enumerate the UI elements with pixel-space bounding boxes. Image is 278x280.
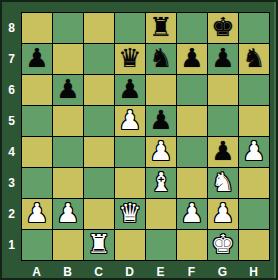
square-e8[interactable]: ♜ [146,13,176,43]
piece-black-pawn-f7: ♟ [180,44,203,73]
square-b3[interactable] [53,168,83,198]
square-e3[interactable]: ♝ [146,168,176,198]
square-a1[interactable] [22,230,52,260]
piece-black-queen-d7: ♛ [118,44,141,73]
piece-black-pawn-e5: ♟ [149,106,172,135]
square-f8[interactable] [177,13,207,43]
square-c5[interactable] [84,106,114,136]
rank-label-3: 3 [2,167,21,198]
piece-black-rook-e8: ♜ [149,13,172,42]
square-a6[interactable] [22,75,52,105]
square-e4[interactable]: ♟ [146,137,176,167]
square-d1[interactable] [115,230,145,260]
square-f2[interactable]: ♟ [177,199,207,229]
square-a2[interactable]: ♟ [22,199,52,229]
square-d3[interactable] [115,168,145,198]
file-label-f: F [176,263,207,280]
square-g3[interactable]: ♞ [208,168,238,198]
square-h5[interactable] [239,106,269,136]
piece-white-pawn-d5: ♟ [118,106,141,135]
piece-white-rook-c1: ♜ [87,230,110,259]
square-f5[interactable] [177,106,207,136]
square-b4[interactable] [53,137,83,167]
square-e2[interactable] [146,199,176,229]
square-d8[interactable] [115,13,145,43]
frame-bevel-highlight [274,2,276,278]
square-f7[interactable]: ♟ [177,44,207,74]
square-a5[interactable] [22,106,52,136]
piece-black-knight-h7: ♞ [242,44,265,73]
square-e5[interactable]: ♟ [146,106,176,136]
square-h2[interactable] [239,199,269,229]
square-f3[interactable] [177,168,207,198]
square-a8[interactable] [22,13,52,43]
square-h6[interactable] [239,75,269,105]
square-b1[interactable] [53,230,83,260]
square-d4[interactable] [115,137,145,167]
file-label-a: A [21,263,52,280]
square-c1[interactable]: ♜ [84,230,114,260]
square-b5[interactable] [53,106,83,136]
square-h8[interactable] [239,13,269,43]
rank-label-5: 5 [2,105,21,136]
file-labels: ABCDEFGH [21,263,270,280]
square-b6[interactable]: ♟ [53,75,83,105]
square-d6[interactable]: ♟ [115,75,145,105]
square-d7[interactable]: ♛ [115,44,145,74]
piece-white-pawn-a2: ♟ [25,199,48,228]
rank-label-4: 4 [2,136,21,167]
file-label-d: D [114,263,145,280]
square-a3[interactable] [22,168,52,198]
square-c2[interactable] [84,199,114,229]
piece-black-knight-e7: ♞ [149,44,172,73]
piece-black-king-g8: ♚ [211,13,234,42]
piece-white-knight-g3: ♞ [211,168,234,197]
square-f6[interactable] [177,75,207,105]
file-label-e: E [145,263,176,280]
file-label-g: G [207,263,238,280]
square-f4[interactable] [177,137,207,167]
square-h4[interactable]: ♟ [239,137,269,167]
piece-black-pawn-a7: ♟ [25,44,48,73]
square-g6[interactable] [208,75,238,105]
square-c6[interactable] [84,75,114,105]
square-f1[interactable] [177,230,207,260]
rank-label-6: 6 [2,74,21,105]
rank-labels: 87654321 [2,12,21,261]
square-g7[interactable]: ♟ [208,44,238,74]
square-e1[interactable] [146,230,176,260]
file-label-c: C [83,263,114,280]
piece-white-bishop-e3: ♝ [149,168,172,197]
piece-white-pawn-g2: ♟ [211,199,234,228]
piece-white-pawn-f2: ♟ [180,199,203,228]
piece-white-pawn-b2: ♟ [56,199,79,228]
square-h7[interactable]: ♞ [239,44,269,74]
square-c7[interactable] [84,44,114,74]
square-e7[interactable]: ♞ [146,44,176,74]
square-b8[interactable] [53,13,83,43]
piece-white-queen-d2: ♛ [118,199,141,228]
piece-black-pawn-g7: ♟ [211,44,234,73]
square-d2[interactable]: ♛ [115,199,145,229]
rank-label-1: 1 [2,229,21,260]
square-g2[interactable]: ♟ [208,199,238,229]
square-b7[interactable] [53,44,83,74]
square-g5[interactable] [208,106,238,136]
piece-black-pawn-g4: ♟ [211,137,234,166]
square-e6[interactable] [146,75,176,105]
file-label-h: H [238,263,269,280]
piece-black-pawn-d6: ♟ [118,75,141,104]
piece-black-pawn-b6: ♟ [56,75,79,104]
square-c4[interactable] [84,137,114,167]
square-b2[interactable]: ♟ [53,199,83,229]
square-g4[interactable]: ♟ [208,137,238,167]
square-c8[interactable] [84,13,114,43]
square-h3[interactable] [239,168,269,198]
piece-white-pawn-h4: ♟ [242,137,265,166]
piece-white-pawn-e4: ♟ [149,137,172,166]
square-d5[interactable]: ♟ [115,106,145,136]
chess-board-diagram: 87654321 ♜♚♟♛♞♟♟♞♟♟♟♟♟♟♟♝♞♟♟♛♟♟♜♚ ABCDEF… [0,0,278,280]
rank-label-8: 8 [2,12,21,43]
piece-white-king-g1: ♚ [211,230,234,259]
rank-label-7: 7 [2,43,21,74]
square-a7[interactable]: ♟ [22,44,52,74]
square-h1[interactable] [239,230,269,260]
square-g1[interactable]: ♚ [208,230,238,260]
square-a4[interactable] [22,137,52,167]
file-label-b: B [52,263,83,280]
chess-board[interactable]: ♜♚♟♛♞♟♟♞♟♟♟♟♟♟♟♝♞♟♟♛♟♟♜♚ [21,12,270,261]
rank-label-2: 2 [2,198,21,229]
square-g8[interactable]: ♚ [208,13,238,43]
square-c3[interactable] [84,168,114,198]
